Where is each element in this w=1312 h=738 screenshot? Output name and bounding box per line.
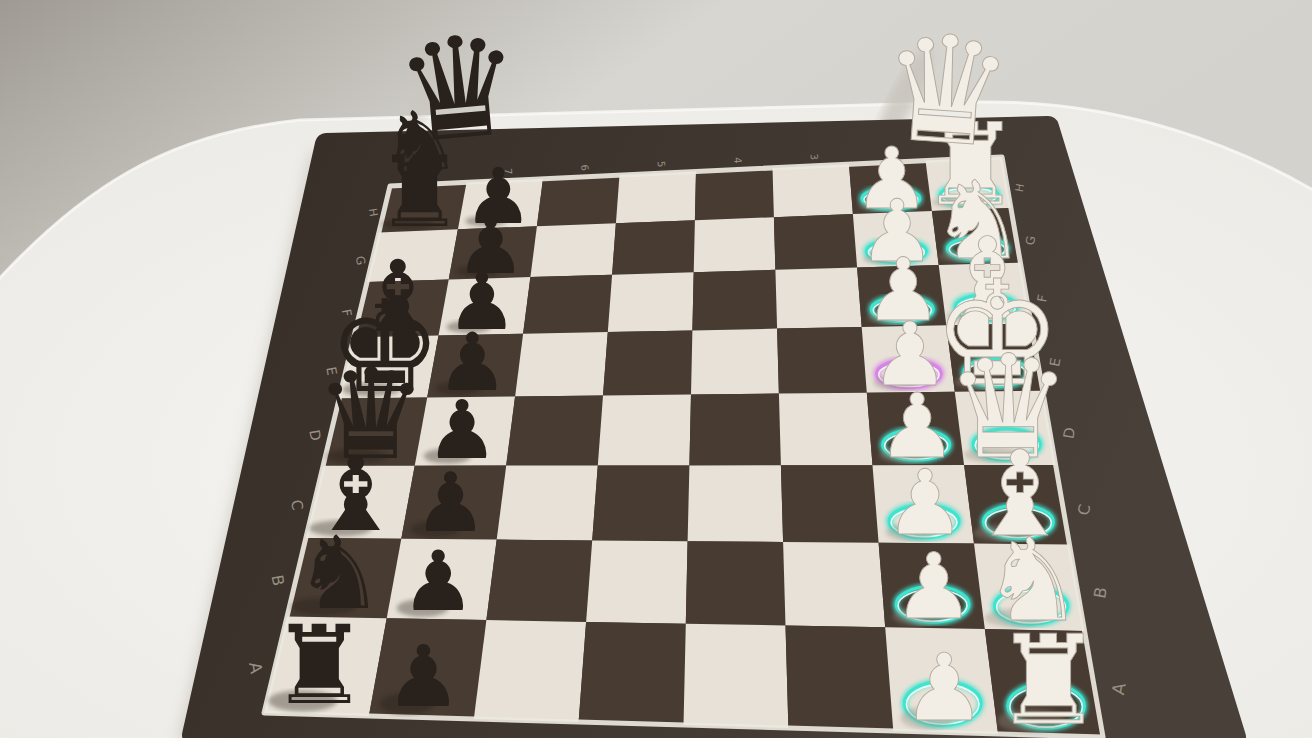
square-c4[interactable] [688, 465, 784, 542]
square-d3[interactable] [779, 393, 873, 466]
square-g6[interactable] [530, 223, 616, 277]
edge-piece-black-queen[interactable]: ♛ [389, 2, 528, 175]
square-d5[interactable] [598, 395, 691, 466]
square-c6[interactable] [497, 466, 598, 541]
square-b3[interactable] [783, 542, 885, 627]
square-g4[interactable] [694, 217, 776, 272]
square-b6[interactable] [486, 540, 592, 622]
square-g3[interactable] [774, 214, 857, 270]
square-e3[interactable] [777, 327, 867, 394]
piece-white-pawn-a2[interactable]: ♟ [903, 634, 986, 738]
edge-piece-white-queen[interactable]: ♛ [874, 1, 1018, 182]
square-a4[interactable] [684, 624, 789, 728]
square-a3[interactable] [786, 626, 894, 732]
square-f4[interactable] [692, 270, 777, 331]
square-g5[interactable] [612, 220, 695, 275]
square-e4[interactable] [691, 329, 779, 395]
square-b5[interactable] [586, 540, 688, 623]
square-a5[interactable] [579, 622, 686, 725]
square-d6[interactable] [506, 396, 603, 466]
rank-label-top-4: 4 [732, 157, 744, 164]
piece-black-pawn-b7[interactable]: ♟ [401, 533, 475, 630]
piece-black-rook-a8[interactable]: ♜ [270, 602, 368, 729]
square-h5[interactable] [616, 172, 696, 224]
rank-label-top-3: 3 [808, 153, 820, 160]
piece-black-pawn-a7[interactable]: ♟ [385, 627, 461, 726]
square-f6[interactable] [523, 275, 612, 334]
piece-white-pawn-b2[interactable]: ♟ [893, 534, 975, 639]
square-f3[interactable] [775, 267, 861, 328]
square-h6[interactable] [537, 175, 620, 226]
square-a6[interactable] [474, 620, 586, 722]
piece-white-rook-a1[interactable]: ♜ [993, 609, 1103, 738]
square-f5[interactable] [608, 272, 694, 332]
square-e6[interactable] [515, 332, 608, 396]
square-h3[interactable] [773, 164, 853, 217]
square-d4[interactable] [689, 394, 781, 466]
scene: HGFEDCBAHGFEDCBA87654321 [0, 0, 1312, 738]
square-e5[interactable] [603, 330, 692, 395]
square-h4[interactable] [695, 168, 774, 220]
smart-chessboard-photo: HGFEDCBAHGFEDCBA87654321 [0, 0, 1312, 738]
square-b4[interactable] [686, 541, 786, 625]
square-c5[interactable] [592, 465, 689, 541]
rank-label-top-6: 6 [579, 164, 591, 171]
rank-label-top-5: 5 [655, 160, 667, 167]
square-c3[interactable] [781, 465, 879, 543]
